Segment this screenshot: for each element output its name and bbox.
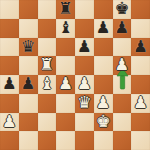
square-e2[interactable] bbox=[75, 113, 94, 132]
piece-black-pawn[interactable]: ♟ bbox=[113, 19, 132, 38]
square-b6[interactable]: ♛ bbox=[19, 38, 38, 57]
square-a5[interactable] bbox=[0, 56, 19, 75]
chess-board: ♜♚♝♟♟♛♟♟♜♟♟♟♝♟♟♛♟♟♟♚ bbox=[0, 0, 150, 150]
square-c2[interactable] bbox=[38, 113, 57, 132]
piece-black-pawn[interactable]: ♟ bbox=[75, 38, 94, 57]
piece-black-pawn[interactable]: ♟ bbox=[0, 75, 19, 94]
square-b3[interactable] bbox=[19, 94, 38, 113]
square-g3[interactable] bbox=[113, 94, 132, 113]
square-e3[interactable]: ♛ bbox=[75, 94, 94, 113]
square-a1[interactable] bbox=[0, 131, 19, 150]
piece-white-pawn[interactable]: ♟ bbox=[75, 75, 94, 94]
chess-board-wrapper: ♜♚♝♟♟♛♟♟♜♟♟♟♝♟♟♛♟♟♟♚ bbox=[0, 0, 150, 150]
square-h1[interactable] bbox=[131, 131, 150, 150]
square-h7[interactable] bbox=[131, 19, 150, 38]
square-f4[interactable] bbox=[94, 75, 113, 94]
square-f5[interactable] bbox=[94, 56, 113, 75]
square-a7[interactable] bbox=[0, 19, 19, 38]
square-b5[interactable] bbox=[19, 56, 38, 75]
piece-white-pawn[interactable]: ♟ bbox=[113, 56, 132, 75]
piece-black-king[interactable]: ♚ bbox=[113, 0, 132, 19]
square-d6[interactable] bbox=[56, 38, 75, 57]
square-b2[interactable] bbox=[19, 113, 38, 132]
piece-black-pawn[interactable]: ♟ bbox=[131, 38, 150, 57]
square-e4[interactable]: ♟ bbox=[75, 75, 94, 94]
piece-black-pawn[interactable]: ♟ bbox=[19, 75, 38, 94]
square-h2[interactable] bbox=[131, 113, 150, 132]
piece-white-queen[interactable]: ♛ bbox=[75, 94, 94, 113]
square-g2[interactable] bbox=[113, 113, 132, 132]
piece-white-bishop[interactable]: ♝ bbox=[38, 75, 57, 94]
square-c8[interactable] bbox=[38, 0, 57, 19]
square-e7[interactable] bbox=[75, 19, 94, 38]
square-g6[interactable] bbox=[113, 38, 132, 57]
square-d3[interactable] bbox=[56, 94, 75, 113]
piece-white-pawn[interactable]: ♟ bbox=[131, 94, 150, 113]
square-g7[interactable]: ♟ bbox=[113, 19, 132, 38]
square-e5[interactable] bbox=[75, 56, 94, 75]
square-f8[interactable] bbox=[94, 0, 113, 19]
square-b7[interactable] bbox=[19, 19, 38, 38]
piece-white-pawn[interactable]: ♟ bbox=[0, 113, 19, 132]
square-a6[interactable] bbox=[0, 38, 19, 57]
square-c5[interactable]: ♜ bbox=[38, 56, 57, 75]
square-d7[interactable]: ♝ bbox=[56, 19, 75, 38]
square-c6[interactable] bbox=[38, 38, 57, 57]
square-f7[interactable]: ♟ bbox=[94, 19, 113, 38]
piece-black-pawn[interactable]: ♟ bbox=[94, 19, 113, 38]
square-d2[interactable] bbox=[56, 113, 75, 132]
square-a3[interactable] bbox=[0, 94, 19, 113]
square-g4[interactable] bbox=[113, 75, 132, 94]
square-h4[interactable] bbox=[131, 75, 150, 94]
square-a2[interactable]: ♟ bbox=[0, 113, 19, 132]
square-a8[interactable] bbox=[0, 0, 19, 19]
square-g1[interactable] bbox=[113, 131, 132, 150]
square-g8[interactable]: ♚ bbox=[113, 0, 132, 19]
square-h8[interactable] bbox=[131, 0, 150, 19]
piece-black-rook[interactable]: ♜ bbox=[56, 0, 75, 19]
piece-white-pawn[interactable]: ♟ bbox=[56, 75, 75, 94]
square-a4[interactable]: ♟ bbox=[0, 75, 19, 94]
square-f6[interactable] bbox=[94, 38, 113, 57]
square-h6[interactable]: ♟ bbox=[131, 38, 150, 57]
piece-black-bishop[interactable]: ♝ bbox=[56, 19, 75, 38]
square-f1[interactable] bbox=[94, 131, 113, 150]
square-b1[interactable] bbox=[19, 131, 38, 150]
square-d8[interactable]: ♜ bbox=[56, 0, 75, 19]
square-d4[interactable]: ♟ bbox=[56, 75, 75, 94]
square-f3[interactable]: ♟ bbox=[94, 94, 113, 113]
square-d1[interactable] bbox=[56, 131, 75, 150]
square-d5[interactable] bbox=[56, 56, 75, 75]
square-b4[interactable]: ♟ bbox=[19, 75, 38, 94]
square-c1[interactable] bbox=[38, 131, 57, 150]
square-b8[interactable] bbox=[19, 0, 38, 19]
piece-black-queen[interactable]: ♛ bbox=[19, 38, 38, 57]
square-f2[interactable]: ♚ bbox=[94, 113, 113, 132]
square-h5[interactable] bbox=[131, 56, 150, 75]
square-e1[interactable] bbox=[75, 131, 94, 150]
square-e6[interactable]: ♟ bbox=[75, 38, 94, 57]
square-c7[interactable] bbox=[38, 19, 57, 38]
square-e8[interactable] bbox=[75, 0, 94, 19]
piece-white-pawn[interactable]: ♟ bbox=[94, 94, 113, 113]
square-c3[interactable] bbox=[38, 94, 57, 113]
square-g5[interactable]: ♟ bbox=[113, 56, 132, 75]
square-h3[interactable]: ♟ bbox=[131, 94, 150, 113]
square-c4[interactable]: ♝ bbox=[38, 75, 57, 94]
piece-white-king[interactable]: ♚ bbox=[94, 113, 113, 132]
piece-white-rook[interactable]: ♜ bbox=[38, 56, 57, 75]
